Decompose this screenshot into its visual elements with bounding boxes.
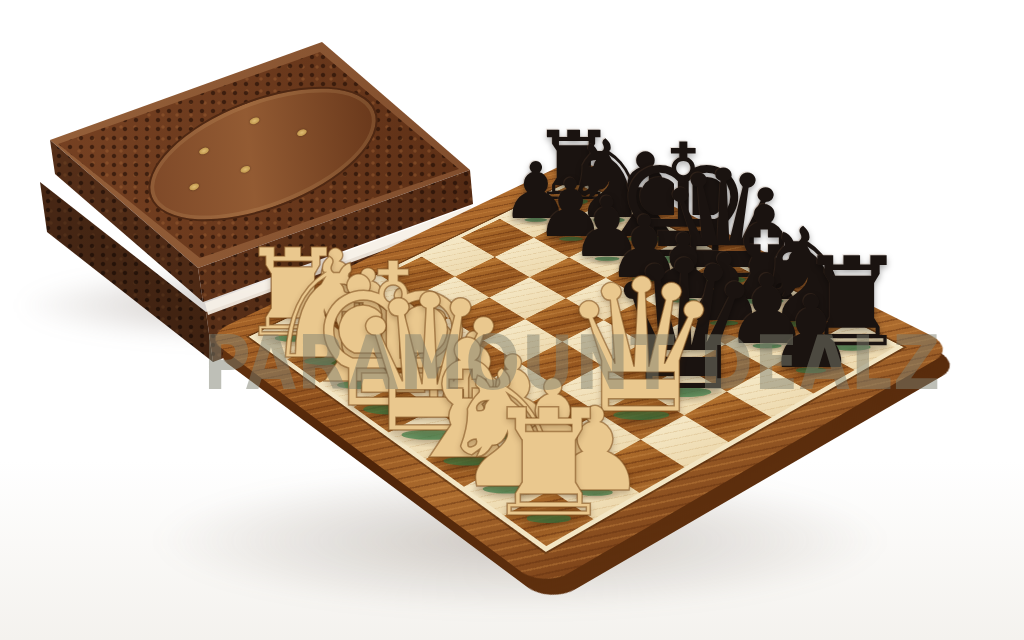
- watermark: PARAMOUNT DEALZ: [203, 320, 941, 406]
- brass-inlay-dot: [188, 182, 199, 191]
- brass-inlay-dot: [296, 128, 307, 137]
- brass-inlay-dot: [249, 116, 260, 125]
- product-photo-scene: ♜♞♝♛♚♝♞♜♟♟♟♟♟♟♟♟♟♟♟♟♟♟♟♟♜♞♝♛♚♝♞♜♛♛ PARAM…: [0, 0, 1024, 640]
- brass-inlay-dot: [198, 146, 209, 155]
- brass-inlay-dot: [240, 165, 251, 174]
